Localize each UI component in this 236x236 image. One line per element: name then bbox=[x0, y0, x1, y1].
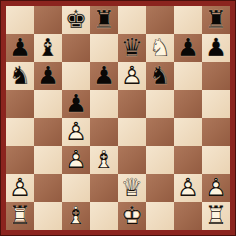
chess-board: ♚♜♜♟♝♛♞♘♟♟♞♟♟♟♙♞♟♟♙♟♙♝♗♟♙♛♕♟♙♟♙♜♖♝♗♚♔♜♖ bbox=[6, 6, 230, 230]
square-a8[interactable] bbox=[6, 6, 34, 34]
piece-glyph-outline: ♔ bbox=[118, 202, 146, 230]
square-g7[interactable]: ♟ bbox=[174, 34, 202, 62]
black-pawn-piece[interactable]: ♟ bbox=[202, 34, 230, 62]
square-d6[interactable]: ♟ bbox=[90, 62, 118, 90]
piece-glyph-outline: ♙ bbox=[174, 174, 202, 202]
square-c6[interactable] bbox=[62, 62, 90, 90]
piece-glyph-outline: ♙ bbox=[202, 174, 230, 202]
square-b5[interactable] bbox=[34, 90, 62, 118]
black-rook-piece[interactable]: ♜ bbox=[90, 6, 118, 34]
piece-glyph-outline: ♖ bbox=[6, 202, 34, 230]
square-h5[interactable] bbox=[202, 90, 230, 118]
black-pawn-piece[interactable]: ♟ bbox=[34, 62, 62, 90]
white-queen-piece[interactable]: ♛♕ bbox=[118, 174, 146, 202]
square-g8[interactable] bbox=[174, 6, 202, 34]
piece-glyph-fill: ♞ bbox=[146, 62, 174, 90]
black-king-piece[interactable]: ♚ bbox=[62, 6, 90, 34]
white-pawn-piece[interactable]: ♟♙ bbox=[62, 118, 90, 146]
square-g2[interactable]: ♟♙ bbox=[174, 174, 202, 202]
square-f7[interactable]: ♞♘ bbox=[146, 34, 174, 62]
square-c5[interactable]: ♟ bbox=[62, 90, 90, 118]
piece-glyph-outline: ♙ bbox=[118, 62, 146, 90]
white-knight-piece[interactable]: ♞♘ bbox=[146, 34, 174, 62]
piece-glyph-outline: ♕ bbox=[118, 174, 146, 202]
square-c1[interactable]: ♝♗ bbox=[62, 202, 90, 230]
square-e4[interactable] bbox=[118, 118, 146, 146]
black-pawn-piece[interactable]: ♟ bbox=[90, 62, 118, 90]
square-h7[interactable]: ♟ bbox=[202, 34, 230, 62]
square-d7[interactable] bbox=[90, 34, 118, 62]
square-f1[interactable] bbox=[146, 202, 174, 230]
piece-glyph-outline: ♙ bbox=[62, 118, 90, 146]
square-f8[interactable] bbox=[146, 6, 174, 34]
square-d5[interactable] bbox=[90, 90, 118, 118]
piece-glyph-outline: ♗ bbox=[90, 146, 118, 174]
white-pawn-piece[interactable]: ♟♙ bbox=[62, 146, 90, 174]
square-a2[interactable]: ♟♙ bbox=[6, 174, 34, 202]
piece-glyph-fill: ♟ bbox=[6, 34, 34, 62]
square-e6[interactable]: ♟♙ bbox=[118, 62, 146, 90]
black-pawn-piece[interactable]: ♟ bbox=[174, 34, 202, 62]
square-b1[interactable] bbox=[34, 202, 62, 230]
black-pawn-piece[interactable]: ♟ bbox=[62, 90, 90, 118]
square-d8[interactable]: ♜ bbox=[90, 6, 118, 34]
piece-glyph-fill: ♛ bbox=[118, 34, 146, 62]
piece-glyph-fill: ♟ bbox=[34, 62, 62, 90]
square-a1[interactable]: ♜♖ bbox=[6, 202, 34, 230]
square-h4[interactable] bbox=[202, 118, 230, 146]
white-pawn-piece[interactable]: ♟♙ bbox=[202, 174, 230, 202]
piece-glyph-fill: ♜ bbox=[202, 6, 230, 34]
square-h1[interactable]: ♜♖ bbox=[202, 202, 230, 230]
square-a6[interactable]: ♞ bbox=[6, 62, 34, 90]
white-pawn-piece[interactable]: ♟♙ bbox=[6, 174, 34, 202]
square-h6[interactable] bbox=[202, 62, 230, 90]
black-rook-piece[interactable]: ♜ bbox=[202, 6, 230, 34]
piece-glyph-fill: ♟ bbox=[62, 90, 90, 118]
square-a3[interactable] bbox=[6, 146, 34, 174]
piece-glyph-fill: ♜ bbox=[90, 6, 118, 34]
square-c7[interactable] bbox=[62, 34, 90, 62]
piece-glyph-fill: ♚ bbox=[62, 6, 90, 34]
square-a5[interactable] bbox=[6, 90, 34, 118]
square-c8[interactable]: ♚ bbox=[62, 6, 90, 34]
square-a7[interactable]: ♟ bbox=[6, 34, 34, 62]
piece-glyph-outline: ♙ bbox=[62, 146, 90, 174]
piece-glyph-fill: ♟ bbox=[174, 34, 202, 62]
white-bishop-piece[interactable]: ♝♗ bbox=[62, 202, 90, 230]
square-f6[interactable]: ♞ bbox=[146, 62, 174, 90]
piece-glyph-fill: ♟ bbox=[90, 62, 118, 90]
square-h8[interactable]: ♜ bbox=[202, 6, 230, 34]
piece-glyph-outline: ♗ bbox=[62, 202, 90, 230]
piece-glyph-fill: ♞ bbox=[6, 62, 34, 90]
square-f2[interactable] bbox=[146, 174, 174, 202]
square-g1[interactable] bbox=[174, 202, 202, 230]
piece-glyph-outline: ♖ bbox=[202, 202, 230, 230]
piece-glyph-outline: ♙ bbox=[6, 174, 34, 202]
white-pawn-piece[interactable]: ♟♙ bbox=[174, 174, 202, 202]
square-e7[interactable]: ♛ bbox=[118, 34, 146, 62]
board-frame: ♚♜♜♟♝♛♞♘♟♟♞♟♟♟♙♞♟♟♙♟♙♝♗♟♙♛♕♟♙♟♙♜♖♝♗♚♔♜♖ bbox=[0, 0, 236, 236]
square-g4[interactable] bbox=[174, 118, 202, 146]
piece-glyph-outline: ♘ bbox=[146, 34, 174, 62]
square-d2[interactable] bbox=[90, 174, 118, 202]
black-pawn-piece[interactable]: ♟ bbox=[6, 34, 34, 62]
white-pawn-piece[interactable]: ♟♙ bbox=[118, 62, 146, 90]
square-f3[interactable] bbox=[146, 146, 174, 174]
square-g5[interactable] bbox=[174, 90, 202, 118]
square-c4[interactable]: ♟♙ bbox=[62, 118, 90, 146]
square-f4[interactable] bbox=[146, 118, 174, 146]
square-c3[interactable]: ♟♙ bbox=[62, 146, 90, 174]
square-b7[interactable]: ♝ bbox=[34, 34, 62, 62]
square-h2[interactable]: ♟♙ bbox=[202, 174, 230, 202]
white-bishop-piece[interactable]: ♝♗ bbox=[90, 146, 118, 174]
square-e2[interactable]: ♛♕ bbox=[118, 174, 146, 202]
white-rook-piece[interactable]: ♜♖ bbox=[202, 202, 230, 230]
square-e8[interactable] bbox=[118, 6, 146, 34]
square-b8[interactable] bbox=[34, 6, 62, 34]
square-a4[interactable] bbox=[6, 118, 34, 146]
square-d1[interactable] bbox=[90, 202, 118, 230]
black-knight-piece[interactable]: ♞ bbox=[146, 62, 174, 90]
square-h3[interactable] bbox=[202, 146, 230, 174]
square-e3[interactable] bbox=[118, 146, 146, 174]
square-b2[interactable] bbox=[34, 174, 62, 202]
square-c2[interactable] bbox=[62, 174, 90, 202]
square-g3[interactable] bbox=[174, 146, 202, 174]
square-d3[interactable]: ♝♗ bbox=[90, 146, 118, 174]
piece-glyph-fill: ♟ bbox=[202, 34, 230, 62]
square-b4[interactable] bbox=[34, 118, 62, 146]
square-e5[interactable] bbox=[118, 90, 146, 118]
white-rook-piece[interactable]: ♜♖ bbox=[6, 202, 34, 230]
square-b3[interactable] bbox=[34, 146, 62, 174]
black-knight-piece[interactable]: ♞ bbox=[6, 62, 34, 90]
square-f5[interactable] bbox=[146, 90, 174, 118]
black-queen-piece[interactable]: ♛ bbox=[118, 34, 146, 62]
square-d4[interactable] bbox=[90, 118, 118, 146]
square-e1[interactable]: ♚♔ bbox=[118, 202, 146, 230]
square-g6[interactable] bbox=[174, 62, 202, 90]
white-king-piece[interactable]: ♚♔ bbox=[118, 202, 146, 230]
black-bishop-piece[interactable]: ♝ bbox=[34, 34, 62, 62]
square-b6[interactable]: ♟ bbox=[34, 62, 62, 90]
piece-glyph-fill: ♝ bbox=[34, 34, 62, 62]
